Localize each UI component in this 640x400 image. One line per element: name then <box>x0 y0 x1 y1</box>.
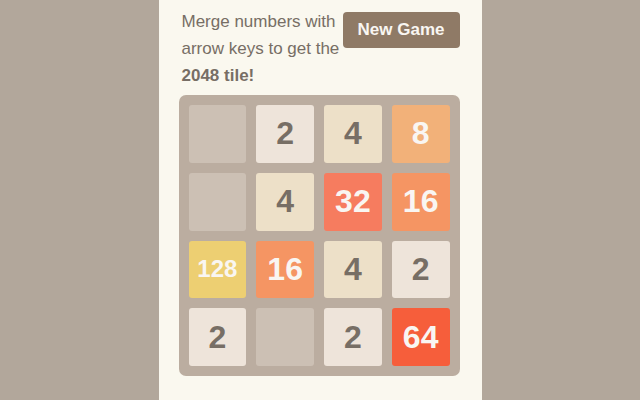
instructions-line: Merge numbers with arrow keys to get the <box>182 12 340 58</box>
tile-4: 4 <box>256 173 314 231</box>
tile-2: 2 <box>189 308 247 366</box>
tile-2: 2 <box>392 241 450 299</box>
tile-64: 64 <box>392 308 450 366</box>
empty-cell <box>189 105 247 163</box>
goal-tile-text: 2048 tile! <box>182 66 255 85</box>
tile-4: 4 <box>324 105 382 163</box>
tile-128: 128 <box>189 241 247 299</box>
empty-cell <box>256 308 314 366</box>
tile-4: 4 <box>324 241 382 299</box>
game-panel: Merge numbers with arrow keys to get the… <box>159 0 482 400</box>
tile-16: 16 <box>256 241 314 299</box>
board-grid: 2484321612816422264 <box>179 95 460 376</box>
tile-2: 2 <box>324 308 382 366</box>
tile-2: 2 <box>256 105 314 163</box>
empty-cell <box>189 173 247 231</box>
new-game-button[interactable]: New Game <box>343 12 460 48</box>
instructions-text: Merge numbers with arrow keys to get the… <box>182 8 362 89</box>
tile-32: 32 <box>324 173 382 231</box>
tile-16: 16 <box>392 173 450 231</box>
tile-8: 8 <box>392 105 450 163</box>
